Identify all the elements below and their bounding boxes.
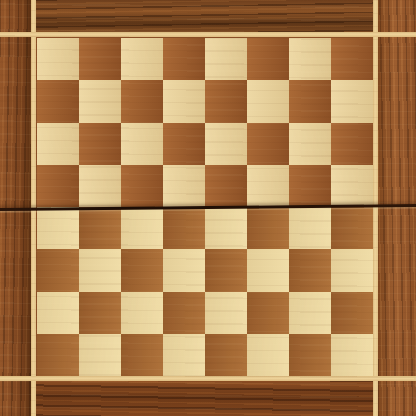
square-g1[interactable]: [289, 334, 331, 376]
square-a4[interactable]: [37, 207, 79, 249]
square-f5[interactable]: [247, 165, 289, 207]
square-a6[interactable]: [37, 123, 79, 165]
square-h3[interactable]: [331, 249, 373, 291]
square-c2[interactable]: [121, 292, 163, 334]
square-f1[interactable]: [247, 334, 289, 376]
square-g7[interactable]: [289, 80, 331, 122]
square-b5[interactable]: [79, 165, 121, 207]
square-c7[interactable]: [121, 80, 163, 122]
square-g4[interactable]: [289, 207, 331, 249]
square-g6[interactable]: [289, 123, 331, 165]
square-d4[interactable]: [163, 207, 205, 249]
square-c3[interactable]: [121, 249, 163, 291]
square-c4[interactable]: [121, 207, 163, 249]
frame-right: [378, 0, 416, 416]
square-a1[interactable]: [37, 334, 79, 376]
square-e1[interactable]: [205, 334, 247, 376]
square-h7[interactable]: [331, 80, 373, 122]
square-h6[interactable]: [331, 123, 373, 165]
square-c1[interactable]: [121, 334, 163, 376]
square-d2[interactable]: [163, 292, 205, 334]
square-c8[interactable]: [121, 38, 163, 80]
square-d5[interactable]: [163, 165, 205, 207]
inlay-line-bottom: [0, 376, 416, 381]
square-g3[interactable]: [289, 249, 331, 291]
square-b8[interactable]: [79, 38, 121, 80]
frame-bottom: [0, 381, 416, 416]
square-e8[interactable]: [205, 38, 247, 80]
square-b7[interactable]: [79, 80, 121, 122]
square-d6[interactable]: [163, 123, 205, 165]
square-f3[interactable]: [247, 249, 289, 291]
square-b3[interactable]: [79, 249, 121, 291]
square-e3[interactable]: [205, 249, 247, 291]
square-b1[interactable]: [79, 334, 121, 376]
square-f7[interactable]: [247, 80, 289, 122]
square-c5[interactable]: [121, 165, 163, 207]
square-h2[interactable]: [331, 292, 373, 334]
square-g2[interactable]: [289, 292, 331, 334]
square-d1[interactable]: [163, 334, 205, 376]
square-e4[interactable]: [205, 207, 247, 249]
square-f2[interactable]: [247, 292, 289, 334]
inlay-line-right: [373, 0, 378, 416]
chessboard-photo: [0, 0, 416, 416]
square-a2[interactable]: [37, 292, 79, 334]
square-h1[interactable]: [331, 334, 373, 376]
square-g5[interactable]: [289, 165, 331, 207]
square-a5[interactable]: [37, 165, 79, 207]
square-b6[interactable]: [79, 123, 121, 165]
square-d8[interactable]: [163, 38, 205, 80]
square-d3[interactable]: [163, 249, 205, 291]
square-e7[interactable]: [205, 80, 247, 122]
square-e2[interactable]: [205, 292, 247, 334]
square-a8[interactable]: [37, 38, 79, 80]
frame-top: [0, 0, 416, 33]
square-b4[interactable]: [79, 207, 121, 249]
square-h4[interactable]: [331, 207, 373, 249]
square-c6[interactable]: [121, 123, 163, 165]
square-f6[interactable]: [247, 123, 289, 165]
square-f8[interactable]: [247, 38, 289, 80]
square-d7[interactable]: [163, 80, 205, 122]
square-g8[interactable]: [289, 38, 331, 80]
square-a7[interactable]: [37, 80, 79, 122]
square-f4[interactable]: [247, 207, 289, 249]
square-e5[interactable]: [205, 165, 247, 207]
square-h8[interactable]: [331, 38, 373, 80]
square-a3[interactable]: [37, 249, 79, 291]
square-b2[interactable]: [79, 292, 121, 334]
square-e6[interactable]: [205, 123, 247, 165]
inlay-line-top: [0, 32, 416, 37]
square-h5[interactable]: [331, 165, 373, 207]
